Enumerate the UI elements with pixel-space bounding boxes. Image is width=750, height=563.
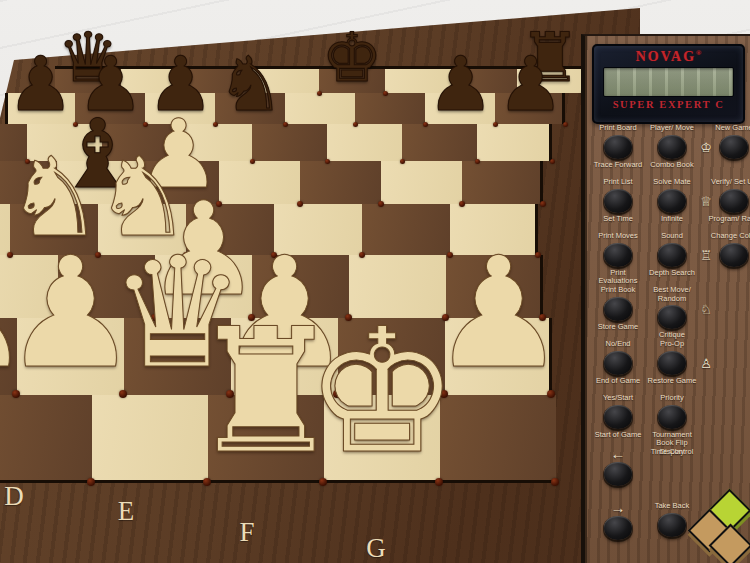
push-button-change-color[interactable] [720, 243, 748, 267]
push-button-new-game[interactable] [720, 135, 748, 159]
push-button-yes-start[interactable] [604, 405, 632, 429]
model-name: SUPER EXPERT C [594, 99, 743, 110]
file-label-g: G [366, 533, 386, 563]
push-button-player-move[interactable] [658, 135, 686, 159]
forward-arrow-label: → [591, 502, 645, 514]
key-top-label: Print List [591, 178, 645, 187]
key-top-label: Best Move/ Random [645, 286, 699, 303]
push-button-print-book[interactable] [604, 297, 632, 321]
key-group: Change Color [707, 232, 750, 269]
key-group: No/EndEnd of Game [591, 340, 645, 385]
key-bottom-label: Combo Book [645, 161, 699, 170]
key-group: Time Control [645, 448, 699, 457]
lcd-screen [603, 67, 734, 97]
square-e6[interactable] [252, 124, 327, 161]
key-group: Print BoardTrace Forward [591, 124, 645, 169]
push-button-take-back[interactable] [658, 513, 686, 537]
key-top-label: Print Moves [591, 232, 645, 241]
key-top-label: No/End [591, 340, 645, 349]
lcd-display-unit: NOVAG® SUPER EXPERT C [592, 44, 745, 124]
key-group: Yes/StartStart of Game [591, 394, 645, 439]
key-top-label: Yes/Start [591, 394, 645, 403]
push-button-[interactable] [604, 516, 632, 540]
back-arrow-label: ← [591, 448, 645, 460]
square-e7[interactable] [285, 93, 355, 124]
key-group: SoundDepth Search♖ [645, 232, 699, 277]
control-panel: NOVAG® SUPER EXPERT C Print BoardTrace F… [581, 34, 750, 563]
square-f7[interactable] [355, 93, 425, 124]
key-top-label: Priority [645, 394, 699, 403]
file-label-d: D [4, 481, 24, 512]
key-group: Pro-OpRestore Game♙ [645, 340, 699, 385]
key-group: ← [591, 448, 645, 488]
square-d1[interactable] [0, 395, 92, 483]
knight-icon: ♘ [700, 302, 712, 317]
square-h6[interactable] [477, 124, 552, 161]
push-button-no-end[interactable] [604, 351, 632, 375]
key-top-label: Verify/ Set Up [707, 178, 750, 187]
key-top-label: New Game [707, 124, 750, 133]
black-pawn-h7[interactable]: ♟ [488, 47, 573, 122]
key-bottom-label: Depth Search [645, 269, 699, 278]
key-top-label: Print Book [591, 286, 645, 295]
pawn-icon: ♙ [700, 356, 712, 371]
key-top-label: Solve Mate [645, 178, 699, 187]
push-button-print-list[interactable] [604, 189, 632, 213]
key-top-label: Print Board [591, 124, 645, 133]
square-g6[interactable] [402, 124, 477, 161]
square-g5[interactable] [381, 161, 462, 204]
square-h5[interactable] [462, 161, 543, 204]
key-top-label: Sound [645, 232, 699, 241]
key-top-label: Change Color [707, 232, 750, 241]
key-group: → [591, 502, 645, 542]
key-top-label: Pro-Op [645, 340, 699, 349]
key-bottom-label: Start of Game [591, 431, 645, 440]
registered-mark: ® [696, 49, 701, 57]
push-button-pro-op[interactable] [658, 351, 686, 375]
push-button-[interactable] [604, 462, 632, 486]
brand-logo: NOVAG® [594, 49, 743, 65]
file-label-e: E [118, 496, 135, 527]
push-button-print-board[interactable] [604, 135, 632, 159]
push-button-print-moves[interactable] [604, 243, 632, 267]
push-button-sound[interactable] [658, 243, 686, 267]
key-group: New Game [707, 124, 750, 161]
key-group: Print MovesPrint Evaluations [591, 232, 645, 286]
key-group: Verify/ Set UpProgram/ Rand [707, 178, 750, 223]
black-king-e8[interactable]: ♚ [313, 24, 391, 92]
push-button-best-move-random[interactable] [658, 305, 686, 329]
key-bottom-label: Program/ Rand [707, 215, 750, 224]
key-group: Player/ MoveCombo Book♔ [645, 124, 699, 169]
push-button-solve-mate[interactable] [658, 189, 686, 213]
square-f6[interactable] [327, 124, 402, 161]
file-label-f: F [239, 517, 254, 548]
white-king-g1[interactable]: ♚ [291, 306, 473, 478]
key-bottom-label: Trace Forward [591, 161, 645, 170]
key-bottom-label: Print Evaluations [591, 269, 645, 286]
push-button-verify-set-up[interactable] [720, 189, 748, 213]
square-f5[interactable] [300, 161, 381, 204]
watermark-logo [685, 493, 747, 561]
key-bottom-label: Restore Game [645, 377, 699, 386]
key-bottom-label: Time Control [645, 448, 699, 457]
key-bottom-label: Set Time [591, 215, 645, 224]
key-top-label: Player/ Move [645, 124, 699, 133]
key-group: Print ListSet Time [591, 178, 645, 223]
key-bottom-label: Infinite [645, 215, 699, 224]
key-bottom-label: End of Game [591, 377, 645, 386]
key-group: Print BookStore Game [591, 286, 645, 331]
key-bottom-label: Store Game [591, 323, 645, 332]
push-button-priority[interactable] [658, 405, 686, 429]
key-group: Solve MateInfinite♕ [645, 178, 699, 223]
key-group: Best Move/ RandomCritique♘ [645, 286, 699, 340]
